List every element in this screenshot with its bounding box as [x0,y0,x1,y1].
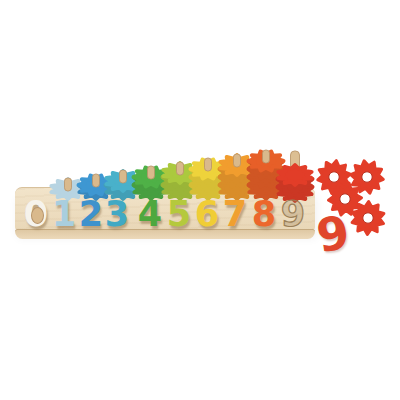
peg-top[interactable] [263,150,270,163]
gear[interactable] [278,165,311,185]
peg-top[interactable] [93,174,100,187]
gear-hole [329,172,339,182]
peg-top[interactable] [65,178,72,191]
number-piece-3[interactable]: 3 [100,197,134,231]
peg-top[interactable] [177,162,184,175]
gear-stack-8[interactable] [249,150,284,199]
gear-hole [363,213,373,223]
gear-hole [340,194,350,204]
zero-center-wood [31,207,44,224]
product-photo-scene: 0123456789 9 [0,0,400,400]
peg-top[interactable] [148,166,155,179]
peg-top[interactable] [205,158,212,171]
loose-number-9-piece[interactable]: 9 [309,209,356,259]
peg-top[interactable] [234,154,241,167]
peg-top[interactable] [120,170,127,183]
empty-recess-9[interactable]: 9 [276,197,310,231]
gear-hole [362,172,372,182]
